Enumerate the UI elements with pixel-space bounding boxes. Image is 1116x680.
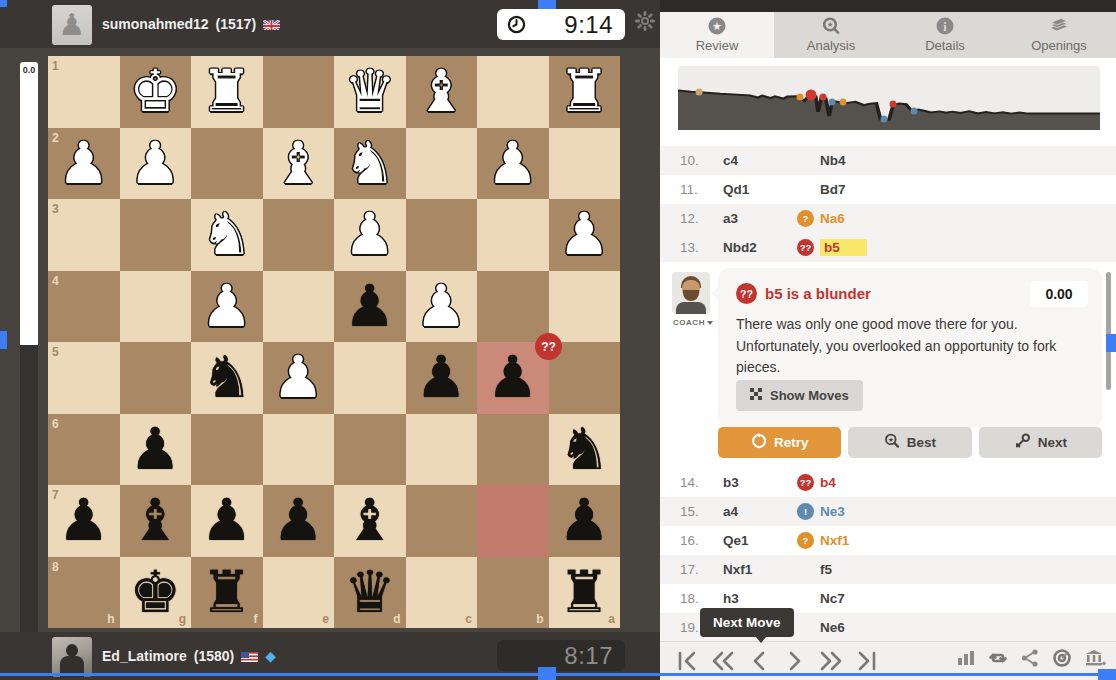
square-h5[interactable]: 5 [48, 342, 120, 414]
selection-line [0, 673, 1116, 676]
square-e3[interactable] [263, 199, 335, 271]
square-a3[interactable]: ♟ [549, 199, 621, 271]
move-row-10: 10.c4Nb4 [660, 146, 1116, 175]
move-row-12: 12.a3?Na6 [660, 204, 1116, 233]
star-circle-icon: ★ [707, 17, 727, 35]
white-rook-f1: ♜ [191, 56, 263, 128]
rank-label-3: 3 [52, 202, 59, 216]
white-move[interactable]: c4 [723, 153, 797, 168]
black-move[interactable]: Nxf1 [820, 533, 849, 548]
square-g6[interactable]: ♟ [120, 414, 192, 486]
white-queen-d1: ♛ [334, 56, 406, 128]
white-move[interactable]: Nbd2 [723, 240, 797, 255]
square-e7[interactable]: ♟ [263, 485, 335, 557]
square-h8[interactable]: 8h [48, 557, 120, 629]
square-g3[interactable] [120, 199, 192, 271]
coach-label[interactable]: COACH [668, 318, 718, 327]
square-d5[interactable] [334, 342, 406, 414]
opponent-avatar[interactable]: ♟ [52, 5, 92, 45]
white-bishop-c1: ♝ [406, 56, 478, 128]
board-panel: ♟ sumonahmed12 (1517) 9:14 0.0 [0, 0, 660, 680]
square-g5[interactable] [120, 342, 192, 414]
square-f8[interactable]: f♜ [191, 557, 263, 629]
square-e4[interactable] [263, 271, 335, 343]
black-bishop-g7: ♝ [120, 485, 192, 557]
annotation-badge-icon: ?? [797, 239, 814, 256]
move-number: 17. [660, 562, 703, 577]
white-pawn-g2: ♟ [120, 128, 192, 200]
library-add-icon[interactable] [1084, 648, 1106, 668]
magnifier-star-icon: ★ [884, 433, 900, 452]
move-number: 10. [660, 153, 703, 168]
black-move[interactable]: b5 [820, 239, 867, 256]
square-a8[interactable]: a♜ [549, 557, 621, 629]
top-strip [660, 0, 1116, 12]
annotation-badge-icon: ? [797, 210, 814, 227]
move-row-13: 13.Nbd2??b5 [660, 233, 1116, 262]
svg-text:★: ★ [888, 436, 894, 444]
eval-graph-marker[interactable] [880, 116, 887, 123]
player-photo [52, 637, 92, 677]
move-row-17: 17.Nxf1f5 [660, 555, 1116, 584]
last-move-button[interactable] [850, 648, 883, 674]
selection-handle-bottom-right[interactable] [1098, 669, 1116, 680]
coach-avatar[interactable] [672, 272, 710, 314]
square-c3[interactable] [406, 199, 478, 271]
black-pawn-a7: ♟ [549, 485, 621, 557]
square-f5[interactable]: ♞ [191, 342, 263, 414]
square-g8[interactable]: g♚ [120, 557, 192, 629]
white-pawn-b2: ♟ [477, 128, 549, 200]
accuracy-target-icon[interactable] [1052, 648, 1072, 668]
square-h4[interactable]: 4 [48, 271, 120, 343]
annotation-badge-icon: ! [797, 503, 814, 520]
eval-area-path [678, 91, 1100, 130]
black-pawn-g6: ♟ [120, 414, 192, 486]
info-icon: i [935, 17, 955, 35]
square-f4[interactable]: ♟ [191, 271, 263, 343]
square-g4[interactable] [120, 271, 192, 343]
tab-analysis-label: Analysis [807, 38, 855, 53]
black-move[interactable]: f5 [820, 562, 832, 577]
rank-label-5: 5 [52, 345, 59, 359]
square-h2[interactable]: 2♟ [48, 128, 120, 200]
black-rook-f8: ♜ [191, 557, 263, 629]
square-e8[interactable]: e [263, 557, 335, 629]
move-number: 13. [660, 240, 703, 255]
player-clock: 8:17 [497, 640, 625, 671]
move-number: 15. [660, 504, 703, 519]
diamond-premium-icon: ◆ [265, 648, 276, 664]
tab-details[interactable]: i Details [888, 12, 1002, 58]
white-move[interactable]: a4 [723, 504, 797, 519]
black-knight-f5: ♞ [191, 342, 263, 414]
move-row-14: 14.b3??b4 [660, 468, 1116, 497]
magnifier-icon: ★ [821, 17, 841, 35]
eval-graph-marker[interactable] [890, 101, 897, 108]
next-move-button[interactable] [778, 648, 811, 674]
square-c8[interactable]: c [406, 557, 478, 629]
square-f7[interactable]: ♟ [191, 485, 263, 557]
white-king-g1: ♚ [120, 56, 192, 128]
eval-graph-marker[interactable] [819, 93, 826, 100]
forward-ten-button[interactable] [814, 648, 847, 674]
share-icon[interactable] [1020, 648, 1040, 668]
square-h6[interactable]: 6 [48, 414, 120, 486]
next-move-tooltip: Next Move [700, 608, 794, 637]
tab-bar: ★ Review ★ Analysis i Details Op [660, 12, 1116, 58]
file-label-g: g [179, 612, 186, 626]
square-b2[interactable]: ♟ [477, 128, 549, 200]
file-label-c: c [465, 612, 472, 626]
move-row-11: 11.Qd1Bd7 [660, 175, 1116, 204]
black-bishop-d7: ♝ [334, 485, 406, 557]
eval-score: 0.00 [1030, 281, 1088, 307]
black-knight-a6: ♞ [549, 414, 621, 486]
game-review-screen: ♟ sumonahmed12 (1517) 9:14 0.0 [0, 0, 1116, 680]
eval-graph-marker[interactable] [696, 89, 703, 96]
opponent-name[interactable]: sumonahmed12 [102, 16, 209, 32]
selection-handle-left[interactable] [0, 331, 7, 349]
rank-label-6: 6 [52, 417, 59, 431]
square-b6[interactable] [477, 414, 549, 486]
uk-flag-icon [263, 18, 280, 30]
coach-comment-bubble: ?? b5 is a blunder 0.00 There was only o… [718, 268, 1102, 428]
square-f1[interactable]: ♜ [191, 56, 263, 128]
rank-label-4: 4 [52, 274, 59, 288]
square-g2[interactable]: ♟ [120, 128, 192, 200]
square-c5[interactable]: ♟ [406, 342, 478, 414]
annotation-badge-icon: ? [797, 532, 814, 549]
square-c2[interactable] [406, 128, 478, 200]
rank-label-8: 8 [52, 560, 59, 574]
evaluation-value: 0.0 [20, 65, 38, 75]
square-c6[interactable] [406, 414, 478, 486]
coach-body-text: There was only one good move there for y… [736, 314, 1076, 379]
best-button[interactable]: ★ Best [848, 427, 971, 458]
square-d1[interactable]: ♛ [334, 56, 406, 128]
file-label-a: a [608, 612, 615, 626]
move-number: 19. [660, 620, 703, 635]
square-g1[interactable]: ♚ [120, 56, 192, 128]
square-f6[interactable] [191, 414, 263, 486]
player-time: 8:17 [497, 642, 625, 670]
eval-graph-marker[interactable] [806, 90, 817, 101]
action-buttons: Retry ★ Best Next [718, 427, 1102, 458]
chess-board: 1♚♜♛♝♜2♟♟♝♞♟3♞♟♟4♟♟♟5♞♟♟♟6♟♞7♟♝♟♟♝♟8hg♚f… [48, 56, 620, 628]
square-d7[interactable]: ♝ [334, 485, 406, 557]
square-d3[interactable]: ♟ [334, 199, 406, 271]
black-move[interactable]: Bd7 [820, 182, 846, 197]
checkerboard-icon [750, 388, 763, 404]
white-bishop-e2: ♝ [263, 128, 335, 200]
file-label-h: h [107, 612, 114, 626]
white-knight-f3: ♞ [191, 199, 263, 271]
show-moves-button[interactable]: Show Moves [736, 380, 863, 411]
white-move[interactable]: h3 [723, 591, 797, 606]
rank-label-1: 1 [52, 59, 59, 73]
retry-arrow-icon [751, 433, 767, 452]
us-flag-icon [241, 650, 258, 662]
tab-openings[interactable]: Openings [1002, 12, 1116, 58]
rank-label-7: 7 [52, 488, 59, 502]
file-label-e: e [322, 612, 329, 626]
first-move-button[interactable] [670, 648, 703, 674]
eval-graph[interactable] [678, 66, 1100, 130]
move-number: 12. [660, 211, 703, 226]
blunder-badge-icon: ?? [736, 283, 757, 304]
selection-handle-bottom-center[interactable] [538, 667, 556, 680]
black-pawn-c5: ♟ [406, 342, 478, 414]
black-pawn-e7: ♟ [263, 485, 335, 557]
white-pawn-f4: ♟ [191, 271, 263, 343]
square-b7[interactable] [477, 485, 549, 557]
rank-label-2: 2 [52, 131, 59, 145]
move-number: 18. [660, 591, 703, 606]
svg-text:★: ★ [827, 20, 834, 29]
square-d8[interactable]: d♛ [334, 557, 406, 629]
eval-graph-marker[interactable] [829, 99, 836, 106]
square-a2[interactable] [549, 128, 621, 200]
next-button[interactable]: Next [979, 427, 1102, 458]
opponent-rating: (1517) [216, 16, 256, 32]
square-a6[interactable]: ♞ [549, 414, 621, 486]
blunder-badge-on-board: ?? [535, 333, 562, 360]
annotation-badge-icon: ?? [797, 474, 814, 491]
gear-icon[interactable] [634, 10, 656, 32]
player-rating: (1580) [194, 648, 234, 664]
move-row-16: 16.Qe1?Nxf1 [660, 526, 1116, 555]
square-e2[interactable]: ♝ [263, 128, 335, 200]
white-move[interactable]: a3 [723, 211, 797, 226]
selection-handle-top-left[interactable] [0, 0, 7, 7]
square-a1[interactable]: ♜ [549, 56, 621, 128]
player-name[interactable]: Ed_Latimore [102, 648, 187, 664]
square-e5[interactable]: ♟ [263, 342, 335, 414]
eval-graph-marker[interactable] [839, 99, 846, 106]
opponent-clock: 9:14 [497, 9, 625, 40]
square-h7[interactable]: 7♟ [48, 485, 120, 557]
square-c7[interactable] [406, 485, 478, 557]
white-move[interactable]: Qd1 [723, 182, 797, 197]
white-knight-d2: ♞ [334, 128, 406, 200]
retry-button[interactable]: Retry [718, 427, 841, 458]
panel-scrollbar[interactable] [1106, 272, 1111, 390]
white-pawn-d3: ♟ [334, 199, 406, 271]
clock-icon [497, 15, 526, 34]
black-move[interactable]: Nc7 [820, 591, 845, 606]
black-pawn-f7: ♟ [191, 485, 263, 557]
file-label-d: d [393, 612, 400, 626]
evaluation-bar: 0.0 [20, 62, 38, 634]
white-pawn-a3: ♟ [549, 199, 621, 271]
white-pawn-c4: ♟ [406, 271, 478, 343]
square-f2[interactable] [191, 128, 263, 200]
back-ten-button[interactable] [706, 648, 739, 674]
coach-title: b5 is a blunder [765, 285, 871, 302]
tab-review[interactable]: ★ Review [660, 12, 774, 58]
file-label-f: f [254, 612, 258, 626]
move-row-15: 15.a4!Ne3 [660, 497, 1116, 526]
square-b3[interactable] [477, 199, 549, 271]
tab-analysis[interactable]: ★ Analysis [774, 12, 888, 58]
stats-icon[interactable] [956, 648, 976, 668]
white-rook-a1: ♜ [549, 56, 621, 128]
key-icon [1014, 433, 1031, 452]
eval-graph-marker[interactable] [911, 107, 918, 114]
square-h1[interactable]: 1 [48, 56, 120, 128]
square-e6[interactable] [263, 414, 335, 486]
square-b1[interactable] [477, 56, 549, 128]
square-b4[interactable] [477, 271, 549, 343]
black-move[interactable]: Nb4 [820, 153, 846, 168]
black-move[interactable]: b4 [820, 475, 836, 490]
player-avatar[interactable] [52, 637, 92, 677]
selection-handle-right[interactable] [1106, 334, 1116, 352]
white-pawn-e5: ♟ [263, 342, 335, 414]
svg-text:★: ★ [712, 20, 722, 33]
white-move[interactable]: Qe1 [723, 533, 797, 548]
black-move[interactable]: Ne3 [820, 504, 845, 519]
square-g7[interactable]: ♝ [120, 485, 192, 557]
square-c1[interactable]: ♝ [406, 56, 478, 128]
black-move[interactable]: Na6 [820, 211, 845, 226]
evaluation-bar-white [20, 62, 38, 345]
move-number: 16. [660, 533, 703, 548]
opponent-time: 9:14 [526, 11, 625, 39]
selection-handle-top-center[interactable] [538, 0, 556, 9]
flip-board-icon[interactable] [988, 648, 1008, 668]
tab-review-label: Review [696, 38, 739, 53]
move-number: 14. [660, 475, 703, 490]
square-e1[interactable] [263, 56, 335, 128]
tab-openings-label: Openings [1031, 38, 1087, 53]
pawn-avatar-icon: ♟ [52, 5, 92, 45]
books-icon [1048, 17, 1070, 35]
black-move[interactable]: Ne6 [820, 620, 845, 635]
square-f3[interactable]: ♞ [191, 199, 263, 271]
white-move[interactable]: Nxf1 [723, 562, 797, 577]
eval-graph-marker[interactable] [797, 94, 804, 101]
square-a4[interactable] [549, 271, 621, 343]
previous-move-button[interactable] [742, 648, 775, 674]
move-number: 11. [660, 182, 703, 197]
square-d6[interactable] [334, 414, 406, 486]
file-label-b: b [536, 612, 543, 626]
square-h3[interactable]: 3 [48, 199, 120, 271]
square-c4[interactable]: ♟ [406, 271, 478, 343]
square-b8[interactable]: b [477, 557, 549, 629]
opponent-bar: ♟ sumonahmed12 (1517) 9:14 [0, 0, 660, 48]
black-pawn-d4: ♟ [334, 271, 406, 343]
square-d4[interactable]: ♟ [334, 271, 406, 343]
chevron-down-icon [707, 321, 713, 325]
move-list-top: 10.c4Nb411.Qd1Bd712.a3?Na613.Nbd2??b5 [660, 146, 1116, 262]
review-panel: ★ Review ★ Analysis i Details Op [660, 0, 1116, 680]
tab-details-label: Details [925, 38, 965, 53]
square-d2[interactable]: ♞ [334, 128, 406, 200]
square-a7[interactable]: ♟ [549, 485, 621, 557]
white-move[interactable]: b3 [723, 475, 797, 490]
